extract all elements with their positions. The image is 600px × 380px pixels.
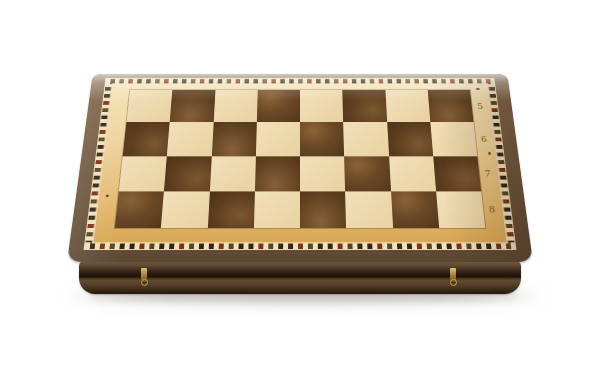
board-square [345,191,392,228]
board-square [209,156,255,191]
board-square [433,156,481,191]
rank-label-6: 6 [477,134,491,144]
board-square [170,90,215,122]
board-square [211,122,256,156]
board-square [300,122,344,156]
product-photo: 5 6 7 8 [0,0,600,380]
board-square [343,122,388,156]
board-square [167,122,213,156]
board-square [161,191,209,228]
chess-case-lid: 5 6 7 8 [67,74,533,262]
board-square [123,122,170,156]
board-square [344,156,390,191]
walnut-frame: 5 6 7 8 [67,74,533,262]
board-square [119,156,167,191]
left-clasp-icon [141,268,147,282]
wood-knot [488,152,491,155]
board-square [213,90,257,122]
rank-label-8: 8 [484,203,499,214]
board-square [300,191,346,228]
maple-border: 5 6 7 8 [93,84,506,242]
board-square [387,122,433,156]
board-square [254,191,300,228]
board-square [389,156,436,191]
right-clasp-icon [450,268,456,282]
board-square [342,90,386,122]
wood-knot [476,88,480,90]
board-square [257,90,300,122]
board-square [300,156,345,191]
board-square [255,156,300,191]
board-square [207,191,254,228]
board-square [115,191,164,228]
board-square [300,90,343,122]
chess-field [115,90,485,228]
board-square [126,90,172,122]
board-square [164,156,211,191]
board-square [436,191,485,228]
rank-label-7: 7 [480,168,495,179]
wood-knot [106,195,109,197]
board-square [430,122,477,156]
board-square [427,90,473,122]
board-square [385,90,430,122]
board-square [256,122,300,156]
mosaic-inlay-border: 5 6 7 8 [84,78,517,250]
rank-label-5: 5 [473,101,487,111]
board-square [391,191,439,228]
